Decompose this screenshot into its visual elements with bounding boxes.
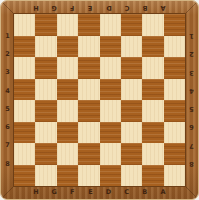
file-label-top-d: D xyxy=(100,1,118,14)
file-label-bottom-h: H xyxy=(27,186,45,199)
square-f7[interactable] xyxy=(57,143,78,165)
square-h4[interactable] xyxy=(14,79,35,101)
square-f3[interactable] xyxy=(57,57,78,79)
frame-mitre-bottom-left xyxy=(1,186,14,199)
file-label-top-g: G xyxy=(45,1,63,14)
square-h7[interactable] xyxy=(14,143,35,165)
file-label-top-b: B xyxy=(136,1,154,14)
square-f6[interactable] xyxy=(57,122,78,144)
square-b6[interactable] xyxy=(142,122,163,144)
square-g8[interactable] xyxy=(35,165,56,187)
file-label-top-a: A xyxy=(154,1,172,14)
rank-label-right-3: 3 xyxy=(185,64,198,82)
photo-background: HGFEDCBA HGFEDCBA 12345678 12345678 xyxy=(0,0,199,200)
rank-label-right-4: 4 xyxy=(185,82,198,100)
square-e4[interactable] xyxy=(78,79,99,101)
square-d5[interactable] xyxy=(100,100,121,122)
square-a1[interactable] xyxy=(164,14,185,36)
square-e2[interactable] xyxy=(78,36,99,58)
file-label-top-e: E xyxy=(81,1,99,14)
square-e7[interactable] xyxy=(78,143,99,165)
square-g5[interactable] xyxy=(35,100,56,122)
square-b4[interactable] xyxy=(142,79,163,101)
square-d3[interactable] xyxy=(100,57,121,79)
square-g2[interactable] xyxy=(35,36,56,58)
square-c1[interactable] xyxy=(121,14,142,36)
frame-mitre-top-left xyxy=(1,1,14,14)
file-label-bottom-b: B xyxy=(136,186,154,199)
square-e8[interactable] xyxy=(78,165,99,187)
file-label-bottom-g: G xyxy=(45,186,63,199)
file-label-bottom-d: D xyxy=(100,186,118,199)
rank-label-right-8: 8 xyxy=(185,155,198,173)
square-c3[interactable] xyxy=(121,57,142,79)
frame-mitre-bottom-right xyxy=(185,186,198,199)
rank-label-right-2: 2 xyxy=(185,45,198,63)
square-d1[interactable] xyxy=(100,14,121,36)
rank-label-left-7: 7 xyxy=(1,137,14,155)
square-a7[interactable] xyxy=(164,143,185,165)
square-h5[interactable] xyxy=(14,100,35,122)
rank-label-left-1: 1 xyxy=(1,27,14,45)
square-e3[interactable] xyxy=(78,57,99,79)
square-h1[interactable] xyxy=(14,14,35,36)
square-a8[interactable] xyxy=(164,165,185,187)
file-label-top-f: F xyxy=(63,1,81,14)
square-a2[interactable] xyxy=(164,36,185,58)
square-f5[interactable] xyxy=(57,100,78,122)
square-c6[interactable] xyxy=(121,122,142,144)
frame-mitre-top-right xyxy=(185,1,198,14)
rank-label-right-5: 5 xyxy=(185,100,198,118)
square-g4[interactable] xyxy=(35,79,56,101)
rank-label-left-6: 6 xyxy=(1,118,14,136)
square-b7[interactable] xyxy=(142,143,163,165)
square-b8[interactable] xyxy=(142,165,163,187)
chess-board: HGFEDCBA HGFEDCBA 12345678 12345678 xyxy=(0,0,199,200)
file-label-top-c: C xyxy=(118,1,136,14)
file-label-bottom-f: F xyxy=(63,186,81,199)
square-b2[interactable] xyxy=(142,36,163,58)
rank-labels-right: 12345678 xyxy=(185,27,198,173)
square-h2[interactable] xyxy=(14,36,35,58)
square-f2[interactable] xyxy=(57,36,78,58)
file-label-top-h: H xyxy=(27,1,45,14)
square-h8[interactable] xyxy=(14,165,35,187)
square-d4[interactable] xyxy=(100,79,121,101)
rank-labels-left: 12345678 xyxy=(1,27,14,173)
rank-label-left-5: 5 xyxy=(1,100,14,118)
square-b1[interactable] xyxy=(142,14,163,36)
square-c5[interactable] xyxy=(121,100,142,122)
square-a3[interactable] xyxy=(164,57,185,79)
square-c7[interactable] xyxy=(121,143,142,165)
square-h3[interactable] xyxy=(14,57,35,79)
square-c8[interactable] xyxy=(121,165,142,187)
square-f1[interactable] xyxy=(57,14,78,36)
file-label-bottom-c: C xyxy=(118,186,136,199)
square-e5[interactable] xyxy=(78,100,99,122)
rank-label-left-2: 2 xyxy=(1,45,14,63)
square-c4[interactable] xyxy=(121,79,142,101)
square-g3[interactable] xyxy=(35,57,56,79)
square-f8[interactable] xyxy=(57,165,78,187)
square-d8[interactable] xyxy=(100,165,121,187)
square-g7[interactable] xyxy=(35,143,56,165)
file-labels-bottom: HGFEDCBA xyxy=(27,186,172,199)
square-a5[interactable] xyxy=(164,100,185,122)
file-label-bottom-a: A xyxy=(154,186,172,199)
board-grid xyxy=(14,14,185,186)
square-e6[interactable] xyxy=(78,122,99,144)
file-label-bottom-e: E xyxy=(81,186,99,199)
square-h6[interactable] xyxy=(14,122,35,144)
square-d6[interactable] xyxy=(100,122,121,144)
square-a4[interactable] xyxy=(164,79,185,101)
square-b3[interactable] xyxy=(142,57,163,79)
square-e1[interactable] xyxy=(78,14,99,36)
file-labels-top: HGFEDCBA xyxy=(27,1,172,14)
square-a6[interactable] xyxy=(164,122,185,144)
square-g6[interactable] xyxy=(35,122,56,144)
square-f4[interactable] xyxy=(57,79,78,101)
square-c2[interactable] xyxy=(121,36,142,58)
rank-label-right-1: 1 xyxy=(185,27,198,45)
rank-label-left-3: 3 xyxy=(1,64,14,82)
square-d2[interactable] xyxy=(100,36,121,58)
rank-label-right-7: 7 xyxy=(185,137,198,155)
square-b5[interactable] xyxy=(142,100,163,122)
square-g1[interactable] xyxy=(35,14,56,36)
rank-label-left-8: 8 xyxy=(1,155,14,173)
rank-label-right-6: 6 xyxy=(185,118,198,136)
square-d7[interactable] xyxy=(100,143,121,165)
rank-label-left-4: 4 xyxy=(1,82,14,100)
